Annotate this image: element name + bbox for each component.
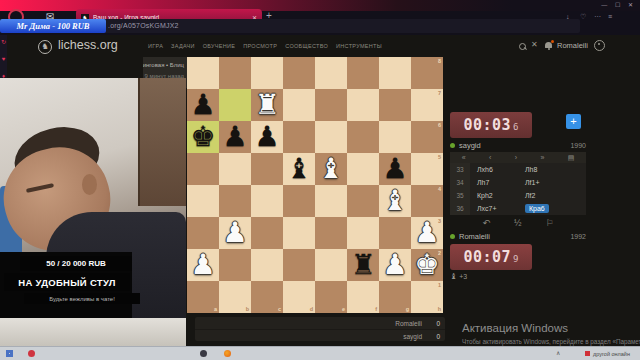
nav-item-5[interactable]: ИНСТРУМЕНТЫ [336, 43, 382, 49]
move-34-white[interactable]: Лh7 [477, 179, 489, 186]
square-a7[interactable]: ♟ [187, 89, 219, 121]
move-33-white[interactable]: Лxh6 [477, 166, 493, 173]
coord-file-f: f [375, 306, 377, 312]
clock-top-time: 00:03 [463, 116, 511, 134]
square-a6[interactable]: ♚ [187, 121, 219, 153]
coord-rank-5: 5 [438, 154, 441, 160]
crosstable-name-0[interactable]: Romaleili [395, 320, 422, 327]
square-g5[interactable]: ♟ [379, 153, 411, 185]
coord-rank-1: 1 [438, 282, 441, 288]
white-pawn-b3[interactable]: ♟ [222, 217, 247, 249]
square-d6[interactable] [283, 121, 315, 153]
coord-rank-6: 6 [438, 122, 441, 128]
favorites-icon[interactable]: ♡ [580, 13, 586, 21]
player-bottom-rating: 1992 [570, 233, 586, 240]
takeback-icon[interactable]: ↶ [482, 218, 490, 228]
square-h4[interactable]: 4 [411, 185, 443, 217]
game-info-line1: 5+0 • Рейтинговая • Блиц [143, 62, 184, 68]
black-king-a6[interactable]: ♚ [190, 121, 215, 153]
player-bottom-name[interactable]: Romaleili [459, 232, 490, 241]
clock-bottom-tenths: 9 [513, 254, 518, 264]
nav-item-3[interactable]: ПРОСМОТР [243, 43, 277, 49]
next-move-icon[interactable]: › [515, 152, 517, 163]
square-a1[interactable]: a [187, 281, 219, 313]
square-b1[interactable]: b [219, 281, 251, 313]
goal-title: НА УДОБНЫЙ СТУЛ [4, 273, 130, 291]
square-h2[interactable]: ♚2 [411, 249, 443, 281]
coord-rank-4: 4 [438, 186, 441, 192]
square-e2[interactable] [315, 249, 347, 281]
white-bishop-e5[interactable]: ♝ [318, 153, 343, 185]
move-number-35: 35 [450, 189, 470, 202]
black-pawn-a7[interactable]: ♟ [190, 89, 215, 121]
white-rook-c7[interactable]: ♜ [254, 89, 279, 121]
square-c8[interactable] [251, 57, 283, 89]
coord-file-e: e [342, 306, 345, 312]
square-b5[interactable] [219, 153, 251, 185]
webcam-desk [0, 318, 186, 346]
square-b6[interactable]: ♟ [219, 121, 251, 153]
move-row-34: 34Лh7Лf1+ [450, 176, 586, 189]
move-35-white[interactable]: Крh2 [477, 192, 493, 199]
square-g2[interactable]: ♟ [379, 249, 411, 281]
header-username[interactable]: Romaleili [557, 41, 588, 50]
material-value: +3 [459, 273, 467, 280]
move-35-black[interactable]: Лf2 [525, 192, 535, 199]
nav-item-4[interactable]: СООБЩЕСТВО [285, 43, 328, 49]
black-rook-f2[interactable]: ♜ [350, 249, 375, 281]
lichess-logo-icon[interactable]: ♞ [38, 40, 52, 54]
clock-bottom: 00:07 9 [450, 244, 532, 270]
menu-icon[interactable]: ≡ [608, 13, 612, 20]
square-b4[interactable] [219, 185, 251, 217]
crosstable-row-0: Romaleili0 [195, 317, 445, 329]
move-number-34: 34 [450, 176, 470, 189]
white-pawn-h3[interactable]: ♟ [414, 217, 439, 249]
move-row-35: 35Крh2Лf2 [450, 189, 586, 202]
notification-dot [551, 40, 554, 43]
goal-amount: 50 / 20 000 RUB [20, 256, 132, 271]
player-top-row: saygid 1990 [450, 140, 586, 151]
square-f7[interactable] [347, 89, 379, 121]
clock-top-tenths: 6 [513, 122, 518, 132]
square-a8[interactable] [187, 57, 219, 89]
square-g8[interactable] [379, 57, 411, 89]
square-h3[interactable]: ♟3 [411, 217, 443, 249]
chess-board[interactable]: 8♟♜7♚♟♟6♝♝♟5♝4♟♟3♟♜♟♚2abcdefgh1 [187, 57, 443, 313]
move-nav-bar: «‹›»▤ [450, 152, 586, 163]
prev-move-icon[interactable]: ‹ [489, 152, 491, 163]
challenges-icon[interactable]: ✕ [531, 40, 538, 49]
move-number-36: 36 [450, 202, 470, 215]
square-g6[interactable] [379, 121, 411, 153]
crosstable-score-0: 0 [432, 320, 440, 327]
square-h6[interactable]: 6 [411, 121, 443, 153]
square-h1[interactable]: h1 [411, 281, 443, 313]
game-action-bar: ↶½⚐ [450, 216, 586, 230]
square-c2[interactable] [251, 249, 283, 281]
activation-watermark-title: Активация Windows [462, 322, 568, 334]
square-d7[interactable] [283, 89, 315, 121]
window-controls[interactable]: — ☐ ✕ [601, 1, 636, 8]
player-top-name[interactable]: saygid [459, 141, 481, 150]
square-g1[interactable]: g [379, 281, 411, 313]
square-e1[interactable]: e [315, 281, 347, 313]
nav-item-0[interactable]: ИГРА [148, 43, 163, 49]
move-33-black[interactable]: Лh8 [525, 166, 537, 173]
square-b7[interactable] [219, 89, 251, 121]
square-e8[interactable] [315, 57, 347, 89]
firefox-icon[interactable] [224, 350, 231, 357]
crosstable-score-1: 0 [432, 333, 440, 340]
move-36-black[interactable]: Кра6 [525, 204, 549, 213]
square-f6[interactable] [347, 121, 379, 153]
online-dot [450, 143, 455, 148]
white-pawn-a2[interactable]: ♟ [190, 249, 215, 281]
player-top-rating: 1990 [570, 142, 586, 149]
square-f2[interactable]: ♜ [347, 249, 379, 281]
square-b2[interactable] [219, 249, 251, 281]
tray-status-icon [585, 351, 590, 356]
square-e4[interactable] [315, 185, 347, 217]
square-d5[interactable]: ♝ [283, 153, 315, 185]
give-more-time-button[interactable]: + [566, 114, 581, 129]
url-text[interactable]: .org/A057OsKGMJX2 [108, 22, 179, 29]
square-d3[interactable] [283, 217, 315, 249]
player-bottom-row: Romaleili 1992 [450, 231, 586, 242]
white-pawn-g2[interactable]: ♟ [382, 249, 407, 281]
captured-bishop-icon: ♝ [450, 272, 457, 281]
square-f4[interactable] [347, 185, 379, 217]
taskbar: ∧ другой онлайн [0, 346, 640, 360]
screen: — ☐ ✕ ✉ ♞ Ваш ход - Игра saygid ✕ + ↓ ♡ … [0, 0, 640, 360]
last-move-icon[interactable]: » [540, 152, 544, 163]
square-e3[interactable] [315, 217, 347, 249]
coord-file-g: g [406, 306, 409, 312]
crosstable-name-1[interactable]: saygid [403, 333, 422, 340]
square-g4[interactable]: ♝ [379, 185, 411, 217]
goal-note: Будьте вежливы в чате! [24, 293, 140, 304]
move-list: 33Лxh6Лh834Лh7Лf1+35Крh2Лf236Лxc7+Кра6 [450, 163, 586, 215]
nav-item-1[interactable]: ЗАДАЧИ [171, 43, 195, 49]
coord-file-h: h [438, 306, 441, 312]
overflow-icon[interactable]: ⋯ [594, 13, 601, 21]
move-row-33: 33Лxh6Лh8 [450, 163, 586, 176]
square-c3[interactable] [251, 217, 283, 249]
square-h8[interactable]: 8 [411, 57, 443, 89]
square-d1[interactable]: d [283, 281, 315, 313]
square-e6[interactable] [315, 121, 347, 153]
square-d8[interactable] [283, 57, 315, 89]
online-dot [450, 234, 455, 239]
coord-file-c: c [278, 306, 281, 312]
taskbar-app-icon-dark[interactable] [200, 350, 207, 357]
draw-offer-icon[interactable]: ½ [514, 218, 522, 228]
donation-alert-badge: Mr Дима - 100 RUB [0, 19, 106, 33]
square-g3[interactable] [379, 217, 411, 249]
square-e5[interactable]: ♝ [315, 153, 347, 185]
move-34-black[interactable]: Лf1+ [525, 179, 540, 186]
coord-file-b: b [246, 306, 249, 312]
white-bishop-g4[interactable]: ♝ [382, 185, 407, 217]
square-f3[interactable] [347, 217, 379, 249]
square-c5[interactable] [251, 153, 283, 185]
crosstable: Romaleili0saygid0 [195, 317, 445, 341]
taskbar-app-icon-red[interactable] [28, 350, 35, 357]
tray-chevron-icon[interactable]: ∧ [556, 349, 560, 356]
square-f8[interactable] [347, 57, 379, 89]
streamer-ear [82, 174, 97, 195]
square-a2[interactable]: ♟ [187, 249, 219, 281]
square-c7[interactable]: ♜ [251, 89, 283, 121]
search-icon[interactable] [519, 43, 526, 50]
square-d4[interactable] [283, 185, 315, 217]
clock-top: 00:03 6 [450, 112, 532, 138]
resign-flag-icon[interactable]: ⚐ [545, 218, 553, 228]
crosstable-row-1: saygid0 [195, 329, 445, 341]
webcam-background-wardrobe [138, 78, 186, 206]
sidebar-strip-icon-0[interactable]: ↻ [1, 39, 6, 45]
coord-rank-2: 2 [438, 250, 441, 256]
move-36-white[interactable]: Лxc7+ [477, 205, 497, 212]
black-pawn-c6[interactable]: ♟ [254, 121, 279, 153]
square-c6[interactable]: ♟ [251, 121, 283, 153]
square-b8[interactable] [219, 57, 251, 89]
coord-rank-7: 7 [438, 90, 441, 96]
material-advantage: ♝ +3 [450, 272, 467, 281]
nav-item-2[interactable]: ОБУЧЕНИЕ [203, 43, 236, 49]
first-move-icon[interactable]: « [462, 152, 466, 163]
square-b3[interactable]: ♟ [219, 217, 251, 249]
black-bishop-d5[interactable]: ♝ [286, 153, 311, 185]
clock-bottom-time: 00:07 [463, 248, 511, 266]
activation-watermark-subtitle: Чтобы активировать Windows, перейдите в … [462, 338, 640, 345]
square-a3[interactable] [187, 217, 219, 249]
tray-text: другой онлайн [593, 351, 630, 357]
coord-rank-3: 3 [438, 218, 441, 224]
square-c4[interactable] [251, 185, 283, 217]
square-c1[interactable]: c [251, 281, 283, 313]
main-nav: ИГРАЗАДАЧИОБУЧЕНИЕПРОСМОТРСООБЩЕСТВОИНСТ… [148, 43, 382, 49]
square-h5[interactable]: 5 [411, 153, 443, 185]
black-pawn-g5[interactable]: ♟ [382, 153, 407, 185]
sidebar-strip-icon-1[interactable]: ♥ [2, 56, 6, 62]
square-e7[interactable] [315, 89, 347, 121]
coord-file-a: a [214, 306, 217, 312]
move-number-33: 33 [450, 163, 470, 176]
start-button-icon[interactable] [6, 350, 13, 357]
coord-rank-8: 8 [438, 58, 441, 64]
black-pawn-b6[interactable]: ♟ [222, 121, 247, 153]
notifications-bell-icon[interactable] [545, 42, 552, 48]
white-king-h2[interactable]: ♚ [414, 249, 439, 281]
coord-file-d: d [310, 306, 313, 312]
lichess-logo-text[interactable]: lichess.org [58, 38, 118, 52]
square-f1[interactable]: f [347, 281, 379, 313]
browser-topbar: — ☐ ✕ ✉ ♞ Ваш ход - Игра saygid ✕ + ↓ ♡ … [0, 0, 640, 35]
board-menu-icon[interactable]: ▤ [568, 152, 575, 163]
square-g7[interactable] [379, 89, 411, 121]
square-h7[interactable]: 7 [411, 89, 443, 121]
square-f5[interactable] [347, 153, 379, 185]
move-row-36: 36Лxc7+Кра6 [450, 202, 586, 215]
square-a4[interactable] [187, 185, 219, 217]
user-icon[interactable] [594, 40, 605, 51]
square-d2[interactable] [283, 249, 315, 281]
square-a5[interactable] [187, 153, 219, 185]
